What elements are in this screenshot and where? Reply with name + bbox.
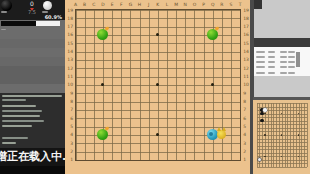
mini-stone-black-C14[interactable] (260, 119, 263, 122)
coord-label-row-left: 15 (66, 41, 73, 46)
coord-label-col: C (92, 2, 95, 7)
grid-line (257, 142, 307, 143)
black-stone-icon (1, 0, 12, 11)
panel-row[interactable] (0, 66, 65, 75)
coord-label-row-right: 15 (243, 41, 249, 46)
variation-table[interactable] (254, 47, 310, 76)
grid-line (285, 103, 286, 167)
variation-table-header (254, 38, 310, 47)
coord-label-col: O (193, 2, 197, 7)
star-point (264, 134, 265, 135)
mini-go-board[interactable] (253, 100, 310, 174)
coord-label-col: P (202, 2, 205, 7)
star-point (264, 156, 265, 157)
console-line (2, 115, 40, 117)
coord-label-col: A (74, 2, 77, 7)
mini-stone-black-C16[interactable] (260, 112, 263, 115)
coord-label-col: H (138, 2, 141, 7)
coord-label-col: K (156, 2, 159, 7)
coord-label-row-left: 10 (66, 82, 73, 87)
mini-stone-white-marked-B3[interactable] (258, 158, 261, 161)
coord-label-row-right: 19 (243, 8, 249, 13)
panel-row[interactable] (0, 75, 65, 84)
grid-line (257, 139, 307, 140)
coord-label-row-right: 12 (243, 66, 249, 71)
table-cell (256, 56, 265, 58)
table-cell (268, 72, 275, 74)
control-section[interactable] (0, 30, 65, 93)
console-line (2, 125, 32, 127)
grid-line (304, 103, 305, 167)
table-cell (280, 66, 287, 68)
console-line (2, 105, 36, 107)
table-cell (288, 56, 295, 58)
coord-label-row-left: 9 (66, 91, 73, 96)
coord-label-row-left: 8 (66, 99, 73, 104)
panel-row[interactable] (0, 48, 65, 57)
table-cell (288, 72, 295, 74)
table-cell (256, 51, 265, 53)
console-line (2, 99, 26, 101)
coord-label-col: R (220, 2, 223, 7)
panel-row[interactable] (0, 30, 65, 39)
analysis-panel: 0 7.5 60.9% 谱正在载入中... (0, 0, 65, 174)
coord-label-row-right: 3 (243, 141, 246, 146)
coord-label-row-left: 14 (66, 49, 73, 54)
grid-line (296, 103, 297, 167)
table-cell (268, 66, 275, 68)
coord-label-row-left: 6 (66, 116, 73, 121)
table-cell (256, 66, 265, 68)
coord-label-row-right: 11 (243, 74, 249, 79)
win-rate-value: 60.9% (45, 14, 62, 20)
table-cell (280, 72, 287, 74)
white-stone-icon (43, 1, 52, 10)
table-cell (288, 51, 295, 53)
coord-label-row-right: 4 (243, 132, 246, 137)
grid-line (257, 163, 307, 164)
coord-label-row-left: 11 (66, 74, 73, 79)
coord-label-row-left: 17 (66, 24, 73, 29)
table-cell (268, 51, 275, 53)
scrollbar-thumb[interactable] (296, 52, 300, 67)
coord-label-row-left: 16 (66, 32, 73, 37)
coord-label-row-right: 8 (243, 99, 246, 104)
table-cell (256, 72, 265, 74)
coord-label-row-right: 2 (243, 149, 246, 154)
console-line (2, 110, 42, 112)
grid-line (290, 103, 291, 167)
coord-label-col: M (174, 2, 178, 7)
grid-line (257, 149, 307, 150)
grid-line (257, 167, 307, 168)
panel-row[interactable] (0, 84, 65, 93)
capture-count: 0 (24, 0, 40, 8)
panel-footer (0, 166, 65, 174)
grid-line (257, 160, 307, 161)
sidebar (254, 0, 310, 174)
table-cell (280, 61, 287, 63)
coord-label-row-right: 14 (243, 49, 249, 54)
table-cell (288, 61, 295, 63)
coord-label-row-right: 6 (243, 116, 246, 121)
coord-label-row-right: 9 (243, 91, 246, 96)
table-cell (268, 56, 275, 58)
table-cell (268, 61, 275, 63)
coord-label-row-left: 4 (66, 132, 73, 137)
sidebar-corner-block (254, 0, 262, 9)
table-cell (280, 51, 287, 53)
grid-line (301, 103, 302, 167)
coord-label-col: E (111, 2, 114, 7)
white-player-info (42, 11, 48, 13)
black-player-info (1, 11, 7, 13)
console-line (2, 95, 62, 97)
console-line (2, 142, 16, 144)
coord-label-row-left: 5 (66, 124, 73, 129)
coord-label-col: T (239, 2, 242, 7)
coord-label-row-right: 1 (243, 157, 246, 162)
grid-line (257, 153, 307, 154)
grid-line (287, 103, 288, 167)
star-point (298, 134, 299, 135)
coord-label-row-right: 5 (243, 124, 246, 129)
coord-label-row-left: 3 (66, 141, 73, 146)
grid-line (257, 146, 307, 147)
coord-label-row-left: 7 (66, 107, 73, 112)
loading-message: 谱正在载入中... (0, 148, 68, 166)
coord-label-col: D (101, 2, 104, 7)
coord-label-row-right: 18 (243, 16, 249, 21)
coord-label-col: S (230, 2, 233, 7)
win-rate-bar-black (1, 21, 37, 27)
console-line (2, 137, 28, 139)
coord-label-col: G (129, 2, 133, 7)
main-go-board[interactable]: ABCDEFGHJKLMNOPQRST191918181717161615151… (65, 0, 250, 174)
komi-value: 7.5 (22, 9, 42, 15)
grid-line (307, 103, 308, 167)
coord-label-row-right: 7 (243, 107, 246, 112)
table-cell (280, 56, 287, 58)
coord-label-row-left: 12 (66, 66, 73, 71)
go-app-window: 0 7.5 60.9% 谱正在载入中... ABCDEFGHJKLMNOPQRS… (0, 0, 310, 174)
table-cell (288, 66, 295, 68)
coord-label-col: L (166, 2, 169, 7)
coord-label-row-right: 10 (243, 82, 249, 87)
table-cell (256, 61, 265, 63)
coord-label-col: J (148, 2, 149, 7)
coord-label-col: Q (211, 2, 215, 7)
coord-label-col: N (184, 2, 187, 7)
coord-label-row-left: 19 (66, 8, 73, 13)
coord-label-row-right: 13 (243, 57, 249, 62)
panel-row[interactable] (0, 57, 65, 66)
coord-label-row-left: 13 (66, 57, 73, 62)
panel-row[interactable] (0, 39, 65, 48)
console-line (2, 120, 44, 122)
coord-label-col: B (83, 2, 86, 7)
coord-label-row-left: 18 (66, 16, 73, 21)
coord-label-row-left: 2 (66, 149, 73, 154)
coord-label-col: F (120, 2, 123, 7)
coord-label-row-right: 16 (243, 32, 249, 37)
grid-line (293, 103, 294, 167)
win-rate-bar (1, 21, 60, 27)
mini-stone-white-D17[interactable] (263, 108, 266, 111)
coord-label-row-right: 17 (243, 24, 249, 29)
coord-label-row-left: 1 (66, 157, 73, 162)
engine-console (0, 93, 65, 149)
